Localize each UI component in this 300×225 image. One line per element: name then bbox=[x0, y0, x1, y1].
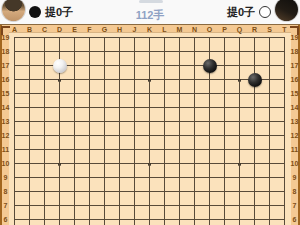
intersection-G7[interactable] bbox=[97, 199, 112, 213]
intersection-N15[interactable] bbox=[187, 87, 202, 101]
intersection-H10[interactable] bbox=[112, 157, 127, 171]
intersection-C14[interactable] bbox=[37, 101, 52, 115]
row-label-8-left: 8 bbox=[0, 187, 12, 197]
intersection-O18[interactable] bbox=[202, 45, 217, 59]
row-label-6-right: 6 bbox=[288, 215, 300, 225]
intersection-M13[interactable] bbox=[172, 115, 187, 129]
intersection-N14[interactable] bbox=[187, 101, 202, 115]
intersection-J17[interactable] bbox=[127, 59, 142, 73]
row-label-6-left: 6 bbox=[0, 215, 12, 225]
intersection-O9[interactable] bbox=[202, 171, 217, 185]
intersection-B18[interactable] bbox=[22, 45, 37, 59]
intersection-H6[interactable] bbox=[112, 213, 127, 225]
intersection-N11[interactable] bbox=[187, 143, 202, 157]
intersection-D10[interactable] bbox=[52, 157, 67, 171]
intersection-B7[interactable] bbox=[22, 199, 37, 213]
intersection-N10[interactable] bbox=[187, 157, 202, 171]
intersection-J12[interactable] bbox=[127, 129, 142, 143]
intersection-B12[interactable] bbox=[22, 129, 37, 143]
intersection-D16[interactable] bbox=[52, 73, 67, 87]
intersection-K6[interactable] bbox=[142, 213, 157, 225]
intersection-S17[interactable] bbox=[262, 59, 277, 73]
intersection-S12[interactable] bbox=[262, 129, 277, 143]
intersection-R13[interactable] bbox=[247, 115, 262, 129]
intersection-F7[interactable] bbox=[82, 199, 97, 213]
intersection-M14[interactable] bbox=[172, 101, 187, 115]
row-label-19-left: 19 bbox=[0, 33, 12, 43]
row-label-16-right: 16 bbox=[288, 75, 300, 85]
row-label-17-right: 17 bbox=[288, 61, 300, 71]
intersection-D15[interactable] bbox=[52, 87, 67, 101]
intersection-H19[interactable] bbox=[112, 31, 127, 45]
intersection-M16[interactable] bbox=[172, 73, 187, 87]
intersection-R12[interactable] bbox=[247, 129, 262, 143]
intersection-H9[interactable] bbox=[112, 171, 127, 185]
go-board: ABCDEFGHJKLMNOPQRST 19191818171716161515… bbox=[0, 24, 300, 225]
intersection-M9[interactable] bbox=[172, 171, 187, 185]
intersection-C17[interactable] bbox=[37, 59, 52, 73]
intersection-D17[interactable] bbox=[52, 59, 67, 73]
intersection-C9[interactable] bbox=[37, 171, 52, 185]
intersection-J14[interactable] bbox=[127, 101, 142, 115]
intersection-M7[interactable] bbox=[172, 199, 187, 213]
intersection-N12[interactable] bbox=[187, 129, 202, 143]
intersection-Q16[interactable] bbox=[232, 73, 247, 87]
intersection-B19[interactable] bbox=[22, 31, 37, 45]
intersection-O16[interactable] bbox=[202, 73, 217, 87]
row-label-11-left: 11 bbox=[0, 145, 12, 155]
intersection-C19[interactable] bbox=[37, 31, 52, 45]
intersection-F16[interactable] bbox=[82, 73, 97, 87]
intersection-Q6[interactable] bbox=[232, 213, 247, 225]
intersection-D9[interactable] bbox=[52, 171, 67, 185]
row-label-17-left: 17 bbox=[0, 61, 12, 71]
intersection-J19[interactable] bbox=[127, 31, 142, 45]
intersection-O17[interactable] bbox=[202, 59, 217, 73]
intersection-C11[interactable] bbox=[37, 143, 52, 157]
intersection-E16[interactable] bbox=[67, 73, 82, 87]
board-grid bbox=[7, 31, 292, 225]
intersection-N9[interactable] bbox=[187, 171, 202, 185]
intersection-F10[interactable] bbox=[82, 157, 97, 171]
intersection-E15[interactable] bbox=[67, 87, 82, 101]
intersection-L14[interactable] bbox=[157, 101, 172, 115]
intersection-E14[interactable] bbox=[67, 101, 82, 115]
row-label-13-right: 13 bbox=[288, 117, 300, 127]
intersection-M17[interactable] bbox=[172, 59, 187, 73]
intersection-R7[interactable] bbox=[247, 199, 262, 213]
intersection-H8[interactable] bbox=[112, 185, 127, 199]
intersection-H7[interactable] bbox=[112, 199, 127, 213]
row-label-12-left: 12 bbox=[0, 131, 12, 141]
intersection-C8[interactable] bbox=[37, 185, 52, 199]
top-bar: 提0子 112手 提0子 bbox=[0, 0, 300, 24]
intersection-M12[interactable] bbox=[172, 129, 187, 143]
intersection-E8[interactable] bbox=[67, 185, 82, 199]
intersection-K16[interactable] bbox=[142, 73, 157, 87]
intersection-P6[interactable] bbox=[217, 213, 232, 225]
intersection-R11[interactable] bbox=[247, 143, 262, 157]
intersection-G16[interactable] bbox=[97, 73, 112, 87]
intersection-R9[interactable] bbox=[247, 171, 262, 185]
intersection-H14[interactable] bbox=[112, 101, 127, 115]
intersection-G17[interactable] bbox=[97, 59, 112, 73]
intersection-K15[interactable] bbox=[142, 87, 157, 101]
intersection-B13[interactable] bbox=[22, 115, 37, 129]
intersection-G6[interactable] bbox=[97, 213, 112, 225]
intersection-H15[interactable] bbox=[112, 87, 127, 101]
row-label-18-right: 18 bbox=[288, 47, 300, 57]
intersection-Q15[interactable] bbox=[232, 87, 247, 101]
intersection-R8[interactable] bbox=[247, 185, 262, 199]
intersection-Q10[interactable] bbox=[232, 157, 247, 171]
intersection-G10[interactable] bbox=[97, 157, 112, 171]
intersection-C6[interactable] bbox=[37, 213, 52, 225]
intersection-N6[interactable] bbox=[187, 213, 202, 225]
intersection-E6[interactable] bbox=[67, 213, 82, 225]
intersection-P9[interactable] bbox=[217, 171, 232, 185]
intersection-J7[interactable] bbox=[127, 199, 142, 213]
intersection-J6[interactable] bbox=[127, 213, 142, 225]
row-label-14-right: 14 bbox=[288, 103, 300, 113]
intersection-D11[interactable] bbox=[52, 143, 67, 157]
intersection-O11[interactable] bbox=[202, 143, 217, 157]
intersection-R15[interactable] bbox=[247, 87, 262, 101]
star-point bbox=[148, 79, 151, 82]
intersection-Q7[interactable] bbox=[232, 199, 247, 213]
intersection-P17[interactable] bbox=[217, 59, 232, 73]
intersection-K14[interactable] bbox=[142, 101, 157, 115]
intersection-H16[interactable] bbox=[112, 73, 127, 87]
intersection-D7[interactable] bbox=[52, 199, 67, 213]
intersection-G19[interactable] bbox=[97, 31, 112, 45]
intersection-F8[interactable] bbox=[82, 185, 97, 199]
intersection-P10[interactable] bbox=[217, 157, 232, 171]
intersection-S10[interactable] bbox=[262, 157, 277, 171]
intersection-B9[interactable] bbox=[22, 171, 37, 185]
intersection-F6[interactable] bbox=[82, 213, 97, 225]
intersection-C12[interactable] bbox=[37, 129, 52, 143]
intersection-S15[interactable] bbox=[262, 87, 277, 101]
intersection-J8[interactable] bbox=[127, 185, 142, 199]
intersection-D6[interactable] bbox=[52, 213, 67, 225]
intersection-K7[interactable] bbox=[142, 199, 157, 213]
white-stone bbox=[53, 59, 67, 73]
row-label-8-right: 8 bbox=[288, 187, 300, 197]
intersection-S9[interactable] bbox=[262, 171, 277, 185]
intersection-G13[interactable] bbox=[97, 115, 112, 129]
intersection-G12[interactable] bbox=[97, 129, 112, 143]
intersection-E17[interactable] bbox=[67, 59, 82, 73]
intersection-N7[interactable] bbox=[187, 199, 202, 213]
intersection-R6[interactable] bbox=[247, 213, 262, 225]
intersection-C13[interactable] bbox=[37, 115, 52, 129]
intersection-J18[interactable] bbox=[127, 45, 142, 59]
intersection-F12[interactable] bbox=[82, 129, 97, 143]
intersection-G11[interactable] bbox=[97, 143, 112, 157]
intersection-O15[interactable] bbox=[202, 87, 217, 101]
intersection-B15[interactable] bbox=[22, 87, 37, 101]
intersection-L16[interactable] bbox=[157, 73, 172, 87]
intersection-K8[interactable] bbox=[142, 185, 157, 199]
intersection-D18[interactable] bbox=[52, 45, 67, 59]
intersection-O7[interactable] bbox=[202, 199, 217, 213]
intersection-J13[interactable] bbox=[127, 115, 142, 129]
go-app-screen: 提0子 112手 提0子 ABCDEFGHJKLMNOPQRST 1919181… bbox=[0, 0, 300, 225]
row-label-7-right: 7 bbox=[288, 201, 300, 211]
intersection-E10[interactable] bbox=[67, 157, 82, 171]
intersection-H11[interactable] bbox=[112, 143, 127, 157]
row-label-12-right: 12 bbox=[288, 131, 300, 141]
intersection-J10[interactable] bbox=[127, 157, 142, 171]
star-point bbox=[238, 79, 241, 82]
intersection-S7[interactable] bbox=[262, 199, 277, 213]
intersection-K17[interactable] bbox=[142, 59, 157, 73]
intersection-D8[interactable] bbox=[52, 185, 67, 199]
intersection-B14[interactable] bbox=[22, 101, 37, 115]
intersection-M8[interactable] bbox=[172, 185, 187, 199]
intersection-E12[interactable] bbox=[67, 129, 82, 143]
intersection-P8[interactable] bbox=[217, 185, 232, 199]
intersection-K9[interactable] bbox=[142, 171, 157, 185]
intersection-J15[interactable] bbox=[127, 87, 142, 101]
row-label-10-right: 10 bbox=[288, 159, 300, 169]
intersection-E19[interactable] bbox=[67, 31, 82, 45]
intersection-M11[interactable] bbox=[172, 143, 187, 157]
intersection-S14[interactable] bbox=[262, 101, 277, 115]
intersection-P13[interactable] bbox=[217, 115, 232, 129]
intersection-O10[interactable] bbox=[202, 157, 217, 171]
intersection-R16[interactable] bbox=[247, 73, 262, 87]
intersection-S8[interactable] bbox=[262, 185, 277, 199]
intersection-D13[interactable] bbox=[52, 115, 67, 129]
intersection-L13[interactable] bbox=[157, 115, 172, 129]
intersection-L12[interactable] bbox=[157, 129, 172, 143]
intersection-Q17[interactable] bbox=[232, 59, 247, 73]
intersection-D19[interactable] bbox=[52, 31, 67, 45]
white-captures-label: 提0子 bbox=[227, 0, 255, 24]
intersection-E7[interactable] bbox=[67, 199, 82, 213]
intersection-P12[interactable] bbox=[217, 129, 232, 143]
intersection-E11[interactable] bbox=[67, 143, 82, 157]
intersection-Q14[interactable] bbox=[232, 101, 247, 115]
intersection-L8[interactable] bbox=[157, 185, 172, 199]
intersection-C10[interactable] bbox=[37, 157, 52, 171]
row-label-10-left: 10 bbox=[0, 159, 12, 169]
intersection-F9[interactable] bbox=[82, 171, 97, 185]
row-label-19-right: 19 bbox=[288, 33, 300, 43]
intersection-Q13[interactable] bbox=[232, 115, 247, 129]
intersection-G18[interactable] bbox=[97, 45, 112, 59]
white-player-info: 提0子 bbox=[227, 0, 298, 24]
intersection-P18[interactable] bbox=[217, 45, 232, 59]
intersection-O6[interactable] bbox=[202, 213, 217, 225]
intersection-B8[interactable] bbox=[22, 185, 37, 199]
intersection-R18[interactable] bbox=[247, 45, 262, 59]
intersection-O13[interactable] bbox=[202, 115, 217, 129]
intersection-B11[interactable] bbox=[22, 143, 37, 157]
intersection-O14[interactable] bbox=[202, 101, 217, 115]
intersection-S16[interactable] bbox=[262, 73, 277, 87]
intersection-C7[interactable] bbox=[37, 199, 52, 213]
intersection-F15[interactable] bbox=[82, 87, 97, 101]
intersection-L6[interactable] bbox=[157, 213, 172, 225]
intersection-Q8[interactable] bbox=[232, 185, 247, 199]
intersection-Q12[interactable] bbox=[232, 129, 247, 143]
row-label-16-left: 16 bbox=[0, 75, 12, 85]
intersection-R19[interactable] bbox=[247, 31, 262, 45]
intersection-N17[interactable] bbox=[187, 59, 202, 73]
intersection-R10[interactable] bbox=[247, 157, 262, 171]
row-label-15-right: 15 bbox=[288, 89, 300, 99]
intersection-C18[interactable] bbox=[37, 45, 52, 59]
intersection-B6[interactable] bbox=[22, 213, 37, 225]
intersection-P16[interactable] bbox=[217, 73, 232, 87]
intersection-J11[interactable] bbox=[127, 143, 142, 157]
intersection-N18[interactable] bbox=[187, 45, 202, 59]
intersection-E9[interactable] bbox=[67, 171, 82, 185]
intersection-S19[interactable] bbox=[262, 31, 277, 45]
intersection-E18[interactable] bbox=[67, 45, 82, 59]
intersection-F13[interactable] bbox=[82, 115, 97, 129]
intersection-J16[interactable] bbox=[127, 73, 142, 87]
intersection-L11[interactable] bbox=[157, 143, 172, 157]
intersection-C15[interactable] bbox=[37, 87, 52, 101]
intersection-Q19[interactable] bbox=[232, 31, 247, 45]
star-point bbox=[58, 79, 61, 82]
intersection-L10[interactable] bbox=[157, 157, 172, 171]
intersection-M18[interactable] bbox=[172, 45, 187, 59]
intersection-P19[interactable] bbox=[217, 31, 232, 45]
row-label-18-left: 18 bbox=[0, 47, 12, 57]
row-label-11-right: 11 bbox=[288, 145, 300, 155]
row-label-15-left: 15 bbox=[0, 89, 12, 99]
white-player-avatar[interactable] bbox=[275, 0, 298, 21]
intersection-J9[interactable] bbox=[127, 171, 142, 185]
row-label-9-left: 9 bbox=[0, 173, 12, 183]
intersection-K13[interactable] bbox=[142, 115, 157, 129]
black-stone bbox=[203, 59, 217, 73]
intersection-G8[interactable] bbox=[97, 185, 112, 199]
intersection-Q18[interactable] bbox=[232, 45, 247, 59]
intersection-K12[interactable] bbox=[142, 129, 157, 143]
intersection-K11[interactable] bbox=[142, 143, 157, 157]
intersection-C16[interactable] bbox=[37, 73, 52, 87]
row-label-7-left: 7 bbox=[0, 201, 12, 211]
intersection-G14[interactable] bbox=[97, 101, 112, 115]
intersection-S13[interactable] bbox=[262, 115, 277, 129]
intersection-L9[interactable] bbox=[157, 171, 172, 185]
intersection-L17[interactable] bbox=[157, 59, 172, 73]
intersection-L19[interactable] bbox=[157, 31, 172, 45]
clipped-ui-remnant bbox=[139, 0, 163, 3]
intersection-K19[interactable] bbox=[142, 31, 157, 45]
intersection-O12[interactable] bbox=[202, 129, 217, 143]
intersection-M10[interactable] bbox=[172, 157, 187, 171]
intersection-N19[interactable] bbox=[187, 31, 202, 45]
intersection-L7[interactable] bbox=[157, 199, 172, 213]
intersection-H17[interactable] bbox=[112, 59, 127, 73]
intersection-O8[interactable] bbox=[202, 185, 217, 199]
intersection-N16[interactable] bbox=[187, 73, 202, 87]
intersection-F11[interactable] bbox=[82, 143, 97, 157]
intersection-P7[interactable] bbox=[217, 199, 232, 213]
intersection-M15[interactable] bbox=[172, 87, 187, 101]
intersection-M19[interactable] bbox=[172, 31, 187, 45]
intersection-G9[interactable] bbox=[97, 171, 112, 185]
intersection-S11[interactable] bbox=[262, 143, 277, 157]
intersection-K10[interactable] bbox=[142, 157, 157, 171]
intersection-F19[interactable] bbox=[82, 31, 97, 45]
row-label-14-left: 14 bbox=[0, 103, 12, 113]
row-label-13-left: 13 bbox=[0, 117, 12, 127]
intersection-F18[interactable] bbox=[82, 45, 97, 59]
intersection-S18[interactable] bbox=[262, 45, 277, 59]
intersection-D14[interactable] bbox=[52, 101, 67, 115]
intersection-G15[interactable] bbox=[97, 87, 112, 101]
intersection-P14[interactable] bbox=[217, 101, 232, 115]
intersection-B10[interactable] bbox=[22, 157, 37, 171]
intersection-D12[interactable] bbox=[52, 129, 67, 143]
star-point bbox=[58, 163, 61, 166]
intersection-O19[interactable] bbox=[202, 31, 217, 45]
intersection-F17[interactable] bbox=[82, 59, 97, 73]
intersection-L15[interactable] bbox=[157, 87, 172, 101]
star-point bbox=[238, 163, 241, 166]
intersection-E13[interactable] bbox=[67, 115, 82, 129]
intersection-H12[interactable] bbox=[112, 129, 127, 143]
intersection-H18[interactable] bbox=[112, 45, 127, 59]
intersection-N8[interactable] bbox=[187, 185, 202, 199]
intersection-R14[interactable] bbox=[247, 101, 262, 115]
intersection-P11[interactable] bbox=[217, 143, 232, 157]
intersection-N13[interactable] bbox=[187, 115, 202, 129]
intersection-K18[interactable] bbox=[142, 45, 157, 59]
star-point bbox=[148, 163, 151, 166]
black-stone bbox=[248, 73, 262, 87]
intersection-F14[interactable] bbox=[82, 101, 97, 115]
intersection-M6[interactable] bbox=[172, 213, 187, 225]
intersection-S6[interactable] bbox=[262, 213, 277, 225]
row-label-9-right: 9 bbox=[288, 173, 300, 183]
intersection-H13[interactable] bbox=[112, 115, 127, 129]
intersection-Q9[interactable] bbox=[232, 171, 247, 185]
intersection-L18[interactable] bbox=[157, 45, 172, 59]
intersection-B16[interactable] bbox=[22, 73, 37, 87]
white-stone-icon bbox=[259, 6, 271, 18]
intersection-Q11[interactable] bbox=[232, 143, 247, 157]
intersection-B17[interactable] bbox=[22, 59, 37, 73]
intersection-P15[interactable] bbox=[217, 87, 232, 101]
intersection-R17[interactable] bbox=[247, 59, 262, 73]
